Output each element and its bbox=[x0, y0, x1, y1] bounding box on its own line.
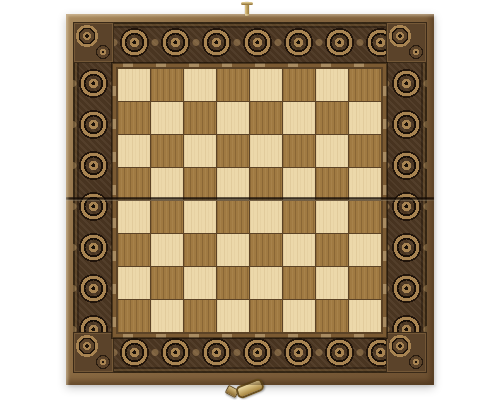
frame-corner-ornament-bottom-left bbox=[73, 332, 114, 373]
square-f7[interactable] bbox=[283, 102, 315, 134]
square-b2[interactable] bbox=[151, 267, 183, 299]
square-d5[interactable] bbox=[217, 168, 249, 200]
square-c5[interactable] bbox=[184, 168, 216, 200]
latch-loop bbox=[235, 377, 266, 400]
square-a3[interactable] bbox=[118, 234, 150, 266]
square-g1[interactable] bbox=[316, 300, 348, 332]
square-d6[interactable] bbox=[217, 135, 249, 167]
square-c1[interactable] bbox=[184, 300, 216, 332]
square-g8[interactable] bbox=[316, 69, 348, 101]
square-e2[interactable] bbox=[250, 267, 282, 299]
square-h6[interactable] bbox=[349, 135, 381, 167]
square-f3[interactable] bbox=[283, 234, 315, 266]
frame-corner-ornament-top-right bbox=[386, 22, 427, 63]
square-f4[interactable] bbox=[283, 201, 315, 233]
square-h4[interactable] bbox=[349, 201, 381, 233]
frame-corner-ornament-bottom-right bbox=[386, 332, 427, 373]
square-b1[interactable] bbox=[151, 300, 183, 332]
square-e3[interactable] bbox=[250, 234, 282, 266]
fold-seam bbox=[66, 197, 434, 201]
square-b7[interactable] bbox=[151, 102, 183, 134]
square-a7[interactable] bbox=[118, 102, 150, 134]
square-g6[interactable] bbox=[316, 135, 348, 167]
square-a1[interactable] bbox=[118, 300, 150, 332]
square-a2[interactable] bbox=[118, 267, 150, 299]
square-b5[interactable] bbox=[151, 168, 183, 200]
square-h8[interactable] bbox=[349, 69, 381, 101]
square-c6[interactable] bbox=[184, 135, 216, 167]
square-h7[interactable] bbox=[349, 102, 381, 134]
square-e6[interactable] bbox=[250, 135, 282, 167]
square-c3[interactable] bbox=[184, 234, 216, 266]
square-h5[interactable] bbox=[349, 168, 381, 200]
chess-box bbox=[66, 14, 434, 385]
square-f8[interactable] bbox=[283, 69, 315, 101]
square-e7[interactable] bbox=[250, 102, 282, 134]
square-h1[interactable] bbox=[349, 300, 381, 332]
square-a4[interactable] bbox=[118, 201, 150, 233]
square-g2[interactable] bbox=[316, 267, 348, 299]
square-d3[interactable] bbox=[217, 234, 249, 266]
square-f5[interactable] bbox=[283, 168, 315, 200]
square-b8[interactable] bbox=[151, 69, 183, 101]
square-f1[interactable] bbox=[283, 300, 315, 332]
square-e4[interactable] bbox=[250, 201, 282, 233]
square-d2[interactable] bbox=[217, 267, 249, 299]
square-c4[interactable] bbox=[184, 201, 216, 233]
square-f2[interactable] bbox=[283, 267, 315, 299]
square-e5[interactable] bbox=[250, 168, 282, 200]
square-g7[interactable] bbox=[316, 102, 348, 134]
square-f6[interactable] bbox=[283, 135, 315, 167]
square-a5[interactable] bbox=[118, 168, 150, 200]
square-c7[interactable] bbox=[184, 102, 216, 134]
square-c2[interactable] bbox=[184, 267, 216, 299]
frame-ornament-band-top bbox=[73, 22, 427, 63]
square-a6[interactable] bbox=[118, 135, 150, 167]
square-c8[interactable] bbox=[184, 69, 216, 101]
square-a8[interactable] bbox=[118, 69, 150, 101]
top-hinge-pin bbox=[245, 2, 249, 16]
square-b6[interactable] bbox=[151, 135, 183, 167]
square-g4[interactable] bbox=[316, 201, 348, 233]
square-d8[interactable] bbox=[217, 69, 249, 101]
square-g3[interactable] bbox=[316, 234, 348, 266]
frame-ornament-band-bottom bbox=[73, 332, 427, 373]
square-h3[interactable] bbox=[349, 234, 381, 266]
square-d4[interactable] bbox=[217, 201, 249, 233]
square-g5[interactable] bbox=[316, 168, 348, 200]
square-d7[interactable] bbox=[217, 102, 249, 134]
square-e8[interactable] bbox=[250, 69, 282, 101]
square-d1[interactable] bbox=[217, 300, 249, 332]
frame-corner-ornament-top-left bbox=[73, 22, 114, 63]
square-e1[interactable] bbox=[250, 300, 282, 332]
square-h2[interactable] bbox=[349, 267, 381, 299]
square-b4[interactable] bbox=[151, 201, 183, 233]
square-b3[interactable] bbox=[151, 234, 183, 266]
bottom-latch bbox=[220, 376, 264, 400]
